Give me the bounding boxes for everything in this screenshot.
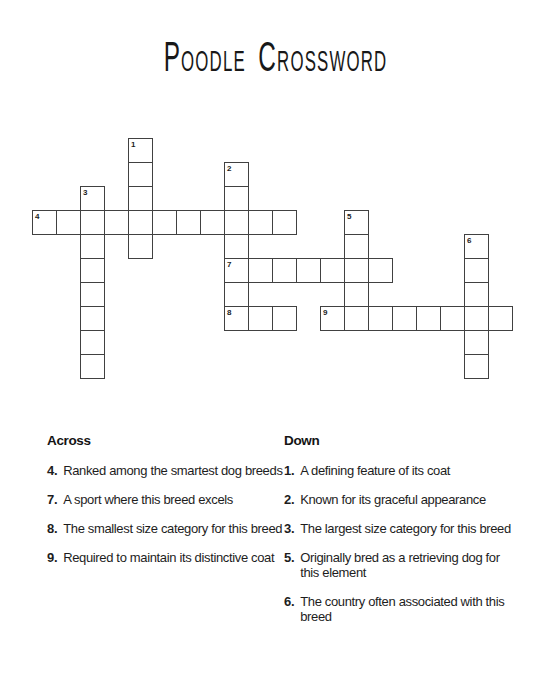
- clue-number: 9.: [47, 550, 57, 565]
- grid-cell-r9c2[interactable]: [80, 354, 105, 379]
- clue-number: 5.: [284, 550, 294, 565]
- clue-text: Originally bred as a retrieving dog for …: [300, 550, 500, 580]
- grid-cell-r3c5[interactable]: [152, 210, 177, 235]
- grid-cell-r2c8[interactable]: [224, 186, 249, 211]
- grid-cell-r6c2[interactable]: [80, 282, 105, 307]
- grid-cell-r5c13[interactable]: [344, 258, 369, 283]
- cell-number-5: 5: [347, 213, 351, 221]
- grid-cell-r4c13[interactable]: [344, 234, 369, 259]
- grid-cell-r5c11[interactable]: [296, 258, 321, 283]
- clue-5-down: 5.Originally bred as a retrieving dog fo…: [284, 550, 536, 580]
- grid-cell-r3c9[interactable]: [248, 210, 273, 235]
- grid-cell-r4c2[interactable]: [80, 234, 105, 259]
- down-section: Down 1.A defining feature of its coat2.K…: [284, 433, 536, 638]
- clue-number: 7.: [47, 492, 57, 507]
- clue-6-down: 6.The country often associated with this…: [284, 594, 536, 624]
- clue-7-across: 7.A sport where this breed excels: [47, 492, 292, 507]
- grid-cell-r9c18[interactable]: [464, 354, 489, 379]
- clue-text: Ranked among the smartest dog breeds: [63, 463, 282, 478]
- grid-cell-r7c14[interactable]: [368, 306, 393, 331]
- grid-cell-r7c9[interactable]: [248, 306, 273, 331]
- clue-4-across: 4.Ranked among the smartest dog breeds: [47, 463, 292, 478]
- clue-number: 4.: [47, 463, 57, 478]
- clue-2-down: 2.Known for its graceful appearance: [284, 492, 536, 507]
- grid-cell-r5c9[interactable]: [248, 258, 273, 283]
- grid-cell-r5c10[interactable]: [272, 258, 297, 283]
- grid-cell-r3c6[interactable]: [176, 210, 201, 235]
- clue-text: The country often associated with this b…: [300, 594, 504, 624]
- grid-cell-r1c4[interactable]: [128, 162, 153, 187]
- grid-cell-r5c14[interactable]: [368, 258, 393, 283]
- clue-number: 2.: [284, 492, 294, 507]
- grid-cell-r5c12[interactable]: [320, 258, 345, 283]
- grid-cell-r7c2[interactable]: [80, 306, 105, 331]
- grid-cell-r3c3[interactable]: [104, 210, 129, 235]
- grid-cell-r3c7[interactable]: [200, 210, 225, 235]
- grid-cell-r6c8[interactable]: [224, 282, 249, 307]
- cell-number-3: 3: [83, 189, 87, 197]
- grid-cell-r6c18[interactable]: [464, 282, 489, 307]
- grid-cell-r5c2[interactable]: [80, 258, 105, 283]
- page-title: Poodle Crossword: [119, 34, 433, 80]
- across-section: Across 4.Ranked among the smartest dog b…: [47, 433, 292, 579]
- clue-text: Required to maintain its distinctive coa…: [63, 550, 274, 565]
- across-clue-list: 4.Ranked among the smartest dog breeds7.…: [47, 463, 292, 565]
- grid-cell-r4c4[interactable]: [128, 234, 153, 259]
- grid-cell-r8c2[interactable]: [80, 330, 105, 355]
- grid-cell-r3c2[interactable]: [80, 210, 105, 235]
- across-header: Across: [47, 433, 292, 449]
- grid-cell-r7c13[interactable]: [344, 306, 369, 331]
- clue-8-across: 8.The smallest size category for this br…: [47, 521, 292, 536]
- cell-number-4: 4: [35, 213, 39, 221]
- grid-cell-r8c18[interactable]: [464, 330, 489, 355]
- clue-number: 6.: [284, 594, 294, 609]
- clue-number: 3.: [284, 521, 294, 536]
- grid-cell-r3c4[interactable]: [128, 210, 153, 235]
- down-clue-list: 1.A defining feature of its coat2.Known …: [284, 463, 536, 624]
- cell-number-8: 8: [227, 309, 231, 317]
- cell-number-6: 6: [467, 237, 471, 245]
- clue-1-down: 1.A defining feature of its coat: [284, 463, 536, 478]
- cell-number-1: 1: [131, 141, 135, 149]
- cell-number-7: 7: [227, 261, 231, 269]
- clue-9-across: 9.Required to maintain its distinctive c…: [47, 550, 292, 565]
- clue-text: Known for its graceful appearance: [300, 492, 486, 507]
- crossword-grid: 123456789: [32, 138, 514, 379]
- grid-cell-r7c16[interactable]: [416, 306, 441, 331]
- grid-cell-r6c13[interactable]: [344, 282, 369, 307]
- clue-number: 8.: [47, 521, 57, 536]
- grid-cell-r5c18[interactable]: [464, 258, 489, 283]
- clue-text: A defining feature of its coat: [300, 463, 450, 478]
- grid-cell-r3c10[interactable]: [272, 210, 297, 235]
- grid-cell-r7c19[interactable]: [488, 306, 513, 331]
- grid-cell-r7c15[interactable]: [392, 306, 417, 331]
- cell-number-2: 2: [227, 165, 231, 173]
- grid-cell-r7c17[interactable]: [440, 306, 465, 331]
- clue-text: The largest size category for this breed: [300, 521, 511, 536]
- crossword-page: Poodle Crossword 123456789 Across 4.Rank…: [0, 0, 541, 700]
- down-header: Down: [284, 433, 536, 449]
- clue-number: 1.: [284, 463, 294, 478]
- clue-text: A sport where this breed excels: [63, 492, 233, 507]
- clue-3-down: 3.The largest size category for this bre…: [284, 521, 536, 536]
- grid-cell-r2c4[interactable]: [128, 186, 153, 211]
- grid-cell-r7c18[interactable]: [464, 306, 489, 331]
- clue-text: The smallest size category for this bree…: [63, 521, 282, 536]
- grid-cell-r3c1[interactable]: [56, 210, 81, 235]
- grid-cell-r4c8[interactable]: [224, 234, 249, 259]
- grid-cell-r3c8[interactable]: [224, 210, 249, 235]
- grid-cell-r7c10[interactable]: [272, 306, 297, 331]
- cell-number-9: 9: [323, 309, 327, 317]
